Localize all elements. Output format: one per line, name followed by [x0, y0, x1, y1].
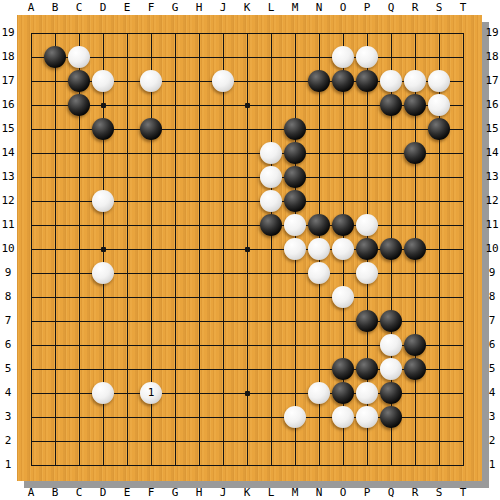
coord-label-top: E — [115, 1, 139, 14]
coord-label-right: 9 — [484, 266, 500, 279]
grid-line-horizontal — [31, 441, 464, 442]
black-stone — [356, 238, 378, 260]
coord-label-bottom: P — [355, 486, 379, 499]
coord-label-top: K — [235, 1, 259, 14]
white-stone — [332, 238, 354, 260]
coord-label-right: 5 — [484, 362, 500, 375]
coord-label-bottom: N — [307, 486, 331, 499]
coord-label-left: 12 — [0, 194, 16, 207]
white-stone — [380, 70, 402, 92]
white-stone — [332, 46, 354, 68]
black-stone — [380, 310, 402, 332]
black-stone — [308, 70, 330, 92]
white-stone — [308, 262, 330, 284]
black-stone — [68, 70, 90, 92]
white-stone — [92, 382, 114, 404]
coord-label-left: 8 — [0, 290, 16, 303]
white-stone — [260, 142, 282, 164]
coord-label-bottom: O — [331, 486, 355, 499]
white-stone — [332, 406, 354, 428]
black-stone — [68, 94, 90, 116]
black-stone — [428, 118, 450, 140]
coord-label-left: 6 — [0, 338, 16, 351]
coord-label-bottom: Q — [379, 486, 403, 499]
white-stone — [404, 70, 426, 92]
coord-label-right: 18 — [484, 50, 500, 63]
black-stone — [356, 70, 378, 92]
coord-label-left: 13 — [0, 170, 16, 183]
white-stone — [308, 238, 330, 260]
coord-label-top: Q — [379, 1, 403, 14]
black-stone — [92, 118, 114, 140]
coord-label-right: 7 — [484, 314, 500, 327]
coord-label-right: 8 — [484, 290, 500, 303]
black-stone — [284, 166, 306, 188]
coord-label-right: 13 — [484, 170, 500, 183]
coord-label-top: H — [187, 1, 211, 14]
go-board[interactable]: 1 — [17, 15, 482, 481]
coord-label-top: F — [139, 1, 163, 14]
white-stone — [380, 334, 402, 356]
star-point — [245, 391, 250, 396]
black-stone — [332, 214, 354, 236]
coord-label-top: R — [403, 1, 427, 14]
coord-label-bottom: T — [451, 486, 475, 499]
coord-label-bottom: L — [259, 486, 283, 499]
coord-label-right: 12 — [484, 194, 500, 207]
coord-label-left: 1 — [0, 458, 16, 471]
white-stone — [356, 406, 378, 428]
black-stone — [260, 214, 282, 236]
black-stone — [332, 70, 354, 92]
white-stone — [92, 190, 114, 212]
coord-label-bottom: C — [67, 486, 91, 499]
black-stone — [404, 358, 426, 380]
coord-label-left: 17 — [0, 74, 16, 87]
black-stone — [380, 382, 402, 404]
coord-label-top: S — [427, 1, 451, 14]
grid-line-vertical — [463, 33, 464, 466]
coord-label-bottom: K — [235, 486, 259, 499]
coord-label-left: 10 — [0, 242, 16, 255]
black-stone — [404, 94, 426, 116]
white-stone — [380, 358, 402, 380]
coord-label-right: 14 — [484, 146, 500, 159]
black-stone — [44, 46, 66, 68]
coord-label-top: L — [259, 1, 283, 14]
coord-label-bottom: A — [19, 486, 43, 499]
coord-label-right: 6 — [484, 338, 500, 351]
coord-label-right: 17 — [484, 74, 500, 87]
star-point — [101, 103, 106, 108]
coord-label-left: 5 — [0, 362, 16, 375]
black-stone — [380, 94, 402, 116]
coord-label-right: 2 — [484, 434, 500, 447]
black-stone — [380, 238, 402, 260]
white-stone — [356, 262, 378, 284]
white-stone — [308, 382, 330, 404]
white-stone — [68, 46, 90, 68]
white-stone — [260, 190, 282, 212]
coord-label-top: C — [67, 1, 91, 14]
white-stone — [92, 262, 114, 284]
white-stone — [284, 214, 306, 236]
black-stone — [332, 382, 354, 404]
white-stone — [284, 406, 306, 428]
white-stone — [356, 46, 378, 68]
coord-label-top: G — [163, 1, 187, 14]
coord-label-top: A — [19, 1, 43, 14]
coord-label-left: 11 — [0, 218, 16, 231]
coord-label-right: 10 — [484, 242, 500, 255]
black-stone — [332, 358, 354, 380]
white-stone — [212, 70, 234, 92]
coord-label-top: J — [211, 1, 235, 14]
coord-label-top: D — [91, 1, 115, 14]
coord-label-right: 3 — [484, 410, 500, 423]
white-stone — [356, 214, 378, 236]
white-stone — [356, 382, 378, 404]
white-stone — [92, 70, 114, 92]
coord-label-right: 1 — [484, 458, 500, 471]
black-stone — [404, 142, 426, 164]
move-number-label: 1 — [140, 382, 162, 404]
coord-label-left: 4 — [0, 386, 16, 399]
black-stone — [404, 334, 426, 356]
coord-label-right: 16 — [484, 98, 500, 111]
go-diagram: 1 AABBCCDDEEFFGGHHJJKKLLMMNNOOPPQQRRSSTT… — [0, 0, 500, 500]
coord-label-left: 15 — [0, 122, 16, 135]
coord-label-left: 19 — [0, 26, 16, 39]
coord-label-left: 2 — [0, 434, 16, 447]
white-stone — [140, 70, 162, 92]
coord-label-left: 16 — [0, 98, 16, 111]
coord-label-top: O — [331, 1, 355, 14]
coord-label-left: 14 — [0, 146, 16, 159]
black-stone — [356, 358, 378, 380]
white-stone — [260, 166, 282, 188]
black-stone — [380, 406, 402, 428]
coord-label-bottom: D — [91, 486, 115, 499]
coord-label-bottom: J — [211, 486, 235, 499]
coord-label-left: 3 — [0, 410, 16, 423]
star-point — [245, 103, 250, 108]
coord-label-bottom: F — [139, 486, 163, 499]
coord-label-bottom: G — [163, 486, 187, 499]
coord-label-left: 18 — [0, 50, 16, 63]
star-point — [101, 247, 106, 252]
coord-label-bottom: R — [403, 486, 427, 499]
coord-label-top: N — [307, 1, 331, 14]
coord-label-top: T — [451, 1, 475, 14]
coord-label-bottom: B — [43, 486, 67, 499]
white-stone — [284, 238, 306, 260]
coord-label-bottom: E — [115, 486, 139, 499]
coord-label-bottom: M — [283, 486, 307, 499]
coord-label-top: M — [283, 1, 307, 14]
black-stone — [284, 142, 306, 164]
grid-line-horizontal — [31, 465, 464, 466]
black-stone — [308, 214, 330, 236]
coord-label-right: 15 — [484, 122, 500, 135]
coord-label-top: B — [43, 1, 67, 14]
white-stone — [332, 286, 354, 308]
black-stone — [404, 238, 426, 260]
coord-label-right: 4 — [484, 386, 500, 399]
grid-line-vertical — [271, 33, 272, 466]
black-stone — [284, 118, 306, 140]
grid-line-horizontal — [31, 297, 464, 298]
black-stone — [284, 190, 306, 212]
white-stone — [428, 94, 450, 116]
coord-label-left: 7 — [0, 314, 16, 327]
coord-label-bottom: H — [187, 486, 211, 499]
coord-label-bottom: S — [427, 486, 451, 499]
coord-label-right: 19 — [484, 26, 500, 39]
star-point — [245, 247, 250, 252]
coord-label-top: P — [355, 1, 379, 14]
black-stone — [140, 118, 162, 140]
coord-label-left: 9 — [0, 266, 16, 279]
coord-label-right: 11 — [484, 218, 500, 231]
black-stone — [356, 310, 378, 332]
white-stone — [428, 70, 450, 92]
